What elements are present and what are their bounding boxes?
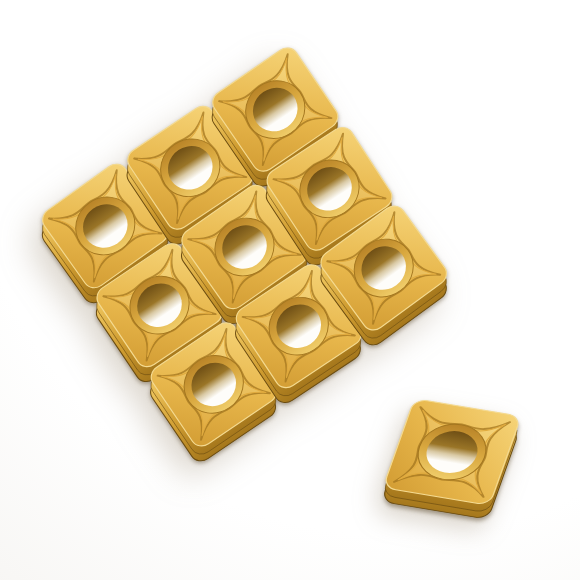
insert-chipbreaker-groove [134,112,246,223]
loose-insert-shadow-wrap [0,0,580,580]
insert-side-face-upper [177,189,311,321]
insert-top-face [262,123,395,254]
insert-top-face [38,160,172,293]
insert-countersink-ring [410,419,494,484]
insert-top-face [208,44,342,176]
insert-side-face-upper [382,406,520,513]
insert-top-face [146,318,280,450]
insert-chipbreaker-groove [103,250,215,361]
insert-countersink-ring [149,128,230,208]
insert-side-face [261,138,394,269]
carbide-insert [380,396,524,507]
carbide-insert [229,258,368,395]
insert-side-face [122,117,256,249]
insert-countersink-ring [64,186,146,267]
insert-chipbreaker-star [52,174,157,277]
insert-center-hole [352,237,414,298]
insert-chipbreaker-groove [327,212,440,324]
insert-chipbreaker-groove [219,54,331,165]
carbide-insert [144,316,283,453]
insert-center-hole [268,296,329,357]
carbide-insert-graphic [205,41,344,178]
carbide-insert [174,178,313,316]
carbide-insert [120,99,259,236]
insert-side-face-upper [316,210,450,343]
insert-chipbreaker-groove [242,271,354,382]
insert-countersink-ring [203,207,285,288]
insert-side-face [231,275,365,407]
insert-side-face [207,58,341,190]
carbide-insert-graphic [313,199,453,337]
insert-top-face [92,239,226,371]
insert-center-hole [159,137,220,198]
insert-side-face-upper [207,52,341,184]
loose-insert-slot [380,396,524,507]
insert-top-face [177,181,311,313]
insert-countersink-ring [234,69,316,150]
insert-countersink-ring [288,149,369,229]
insert-chipbreaker-star [107,254,211,357]
insert-center-hole [298,159,359,219]
insert-countersink-ring [172,344,254,424]
carbide-insert-graphic [174,178,313,316]
carbide-insert-graphic [380,396,524,507]
insert-top-face [383,399,521,506]
insert-side-face-upper [146,327,280,459]
carbide-insert [205,41,344,178]
insert-center-hole [420,427,483,476]
insert-center-hole [128,275,189,336]
insert-chipbreaker-groove [157,329,269,440]
insert-side-face-upper [123,110,257,242]
insert-center-hole [244,79,306,140]
carbide-insert [313,199,453,337]
insert-side-face [146,333,280,465]
insert-side-face-upper [262,131,395,262]
insert-chipbreaker-star [277,138,381,241]
insert-chipbreaker-groove [48,170,161,281]
insert-center-hole [213,217,275,278]
insert-chipbreaker-groove [188,191,301,302]
carbide-insert [260,120,399,257]
insert-countersink-ring [257,286,338,366]
insert-side-face [91,254,225,386]
carbide-insert-graphic [35,157,175,295]
carbide-insert-graphic [89,237,228,374]
insert-top-face [316,202,450,335]
insert-chipbreaker-star [192,195,297,298]
insert-countersink-ring [342,227,424,308]
insert-chipbreaker-star [138,116,242,219]
insert-center-hole [182,354,244,415]
insert-side-face-upper [92,247,226,379]
insert-chipbreaker-star [223,58,327,161]
insert-center-hole [74,195,136,256]
carbide-insert [89,237,228,374]
carbide-insert-graphic [260,120,399,257]
carbide-insert-graphic [144,316,283,453]
insert-chipbreaker-star [331,216,436,320]
insert-chipbreaker-groove [394,407,510,497]
insert-side-face [177,196,311,328]
insert-side-face [381,412,519,519]
insert-chipbreaker-star [398,410,506,493]
carbide-insert [35,157,175,295]
product-photo-scene [0,0,580,580]
carbide-insert-graphic [229,258,368,395]
insert-stack-shadow-wrap [0,0,580,580]
insert-side-face-upper [231,269,365,401]
insert-top-face [123,102,257,234]
carbide-insert-graphic [120,99,259,236]
insert-countersink-ring [118,265,200,345]
insert-chipbreaker-star [161,333,265,436]
insert-side-face-upper [38,168,172,301]
insert-side-face [37,175,171,308]
insert-chipbreaker-star [246,275,350,378]
insert-stack-3x3 [35,41,453,453]
insert-chipbreaker-groove [273,134,385,244]
insert-top-face [231,260,365,392]
insert-side-face [316,216,450,349]
